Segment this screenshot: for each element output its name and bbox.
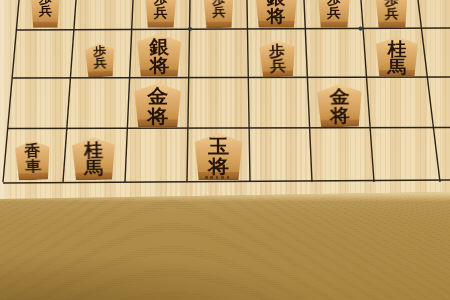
grid-line (12, 77, 450, 78)
shogi-piece-king[interactable]: 玉将 (193, 133, 244, 180)
grid-line (3, 180, 450, 183)
shogi-piece-pawn[interactable]: 歩兵 (30, 0, 61, 28)
grid-line (247, 0, 250, 182)
grid-line (17, 28, 450, 30)
hoshi-star-point (358, 27, 362, 31)
piece-kanji: 歩兵 (38, 0, 52, 18)
piece-kanji: 銀将 (266, 0, 287, 24)
piece-kanji: 歩兵 (211, 0, 225, 18)
grid-line (361, 0, 374, 182)
piece-kanji: 銀将 (148, 38, 170, 74)
hoshi-star-point (188, 27, 192, 31)
maker-signature-mark (205, 176, 232, 179)
piece-kanji: 桂馬 (387, 41, 408, 75)
piece-kanji: 金将 (328, 88, 350, 124)
piece-kanji: 玉将 (207, 138, 230, 176)
shogi-piece-pawn[interactable]: 歩兵 (144, 0, 177, 28)
grid-line (418, 0, 440, 182)
board-surface: 歩兵歩兵歩兵銀将歩兵歩兵歩兵銀将歩兵桂馬金将金将香車桂馬玉将 (0, 0, 450, 200)
shogi-piece-pawn[interactable]: 歩兵 (317, 0, 351, 28)
shogi-piece-silver-general[interactable]: 銀将 (136, 34, 183, 77)
grid-line (125, 0, 133, 182)
shogi-piece-knight[interactable]: 桂馬 (374, 37, 419, 77)
piece-kanji: 歩兵 (268, 43, 286, 72)
grid-line (8, 128, 450, 129)
piece-kanji: 歩兵 (327, 0, 342, 19)
shogi-piece-gold-general[interactable]: 金将 (133, 83, 183, 127)
board-front-side (0, 190, 450, 300)
piece-kanji: 香車 (23, 144, 41, 173)
piece-kanji: 歩兵 (92, 46, 107, 70)
piece-kanji: 歩兵 (384, 0, 400, 20)
piece-kanji: 歩兵 (153, 0, 168, 19)
shogi-board-photo: 歩兵歩兵歩兵銀将歩兵歩兵歩兵銀将歩兵桂馬金将金将香車桂馬玉将 (0, 0, 450, 300)
piece-kanji: 桂馬 (83, 141, 104, 176)
shogi-piece-pawn[interactable]: 歩兵 (374, 0, 409, 28)
grid-line (304, 0, 312, 182)
shogi-piece-silver-general[interactable]: 銀将 (254, 0, 299, 28)
piece-kanji: 金将 (146, 88, 169, 126)
shogi-piece-pawn[interactable]: 歩兵 (202, 0, 235, 28)
